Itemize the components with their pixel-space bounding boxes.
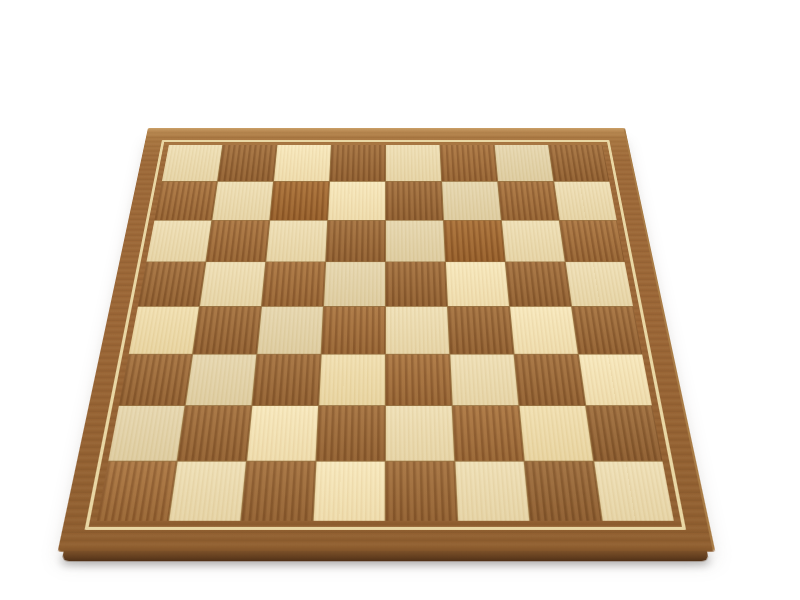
square-f4[interactable] [448, 307, 513, 354]
square-a6[interactable] [147, 221, 212, 262]
square-e1[interactable] [386, 462, 457, 521]
square-e8[interactable] [386, 145, 441, 181]
square-c6[interactable] [266, 221, 327, 262]
square-h6[interactable] [560, 221, 625, 262]
square-f2[interactable] [453, 406, 524, 461]
square-d8[interactable] [330, 145, 385, 181]
square-g6[interactable] [502, 221, 565, 262]
square-f8[interactable] [440, 145, 497, 181]
square-c2[interactable] [247, 406, 318, 461]
square-a8[interactable] [162, 145, 222, 181]
square-e2[interactable] [386, 406, 454, 461]
square-g3[interactable] [515, 355, 585, 406]
square-g7[interactable] [498, 182, 559, 220]
square-d5[interactable] [324, 262, 385, 306]
square-h3[interactable] [579, 355, 652, 406]
square-h5[interactable] [566, 262, 633, 306]
board-grid [97, 145, 674, 521]
square-h2[interactable] [586, 406, 662, 461]
square-c8[interactable] [274, 145, 331, 181]
square-g1[interactable] [525, 462, 602, 521]
square-a7[interactable] [154, 182, 216, 220]
board-bottom-edge [62, 551, 709, 562]
square-g8[interactable] [495, 145, 554, 181]
square-h7[interactable] [554, 182, 616, 220]
square-f3[interactable] [450, 355, 518, 406]
square-c5[interactable] [262, 262, 325, 306]
chess-board [58, 128, 716, 552]
square-a4[interactable] [129, 307, 199, 354]
square-e6[interactable] [386, 221, 445, 262]
square-h8[interactable] [549, 145, 609, 181]
square-g5[interactable] [506, 262, 571, 306]
square-e4[interactable] [386, 307, 449, 354]
square-d4[interactable] [322, 307, 385, 354]
square-a1[interactable] [97, 462, 177, 521]
square-g4[interactable] [510, 307, 578, 354]
square-b8[interactable] [218, 145, 277, 181]
square-e5[interactable] [386, 262, 447, 306]
square-a5[interactable] [138, 262, 205, 306]
square-b1[interactable] [169, 462, 246, 521]
square-e7[interactable] [386, 182, 443, 220]
square-c7[interactable] [270, 182, 329, 220]
square-c4[interactable] [257, 307, 323, 354]
square-b4[interactable] [193, 307, 261, 354]
square-d2[interactable] [317, 406, 385, 461]
square-g2[interactable] [520, 406, 593, 461]
square-d1[interactable] [314, 462, 385, 521]
square-e3[interactable] [386, 355, 452, 406]
square-a2[interactable] [108, 406, 184, 461]
square-d7[interactable] [328, 182, 385, 220]
square-b5[interactable] [200, 262, 265, 306]
square-h4[interactable] [572, 307, 642, 354]
square-d3[interactable] [319, 355, 385, 406]
square-b6[interactable] [206, 221, 269, 262]
photo-background [0, 0, 800, 600]
square-b7[interactable] [212, 182, 273, 220]
square-c1[interactable] [241, 462, 315, 521]
square-f7[interactable] [442, 182, 501, 220]
square-b3[interactable] [186, 355, 257, 406]
square-b2[interactable] [178, 406, 252, 461]
square-a3[interactable] [119, 355, 192, 406]
square-f1[interactable] [455, 462, 529, 521]
square-c3[interactable] [252, 355, 320, 406]
square-h1[interactable] [594, 462, 674, 521]
square-f5[interactable] [446, 262, 509, 306]
square-f6[interactable] [444, 221, 505, 262]
square-d6[interactable] [326, 221, 385, 262]
